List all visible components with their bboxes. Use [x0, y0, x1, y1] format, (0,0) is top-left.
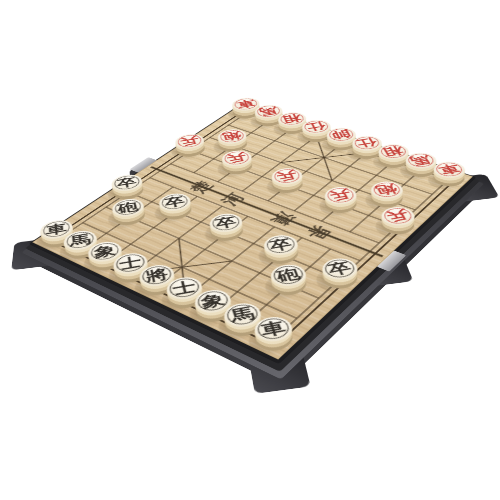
piece-glyph: 馬 — [258, 105, 279, 116]
piece-glyph: 砲 — [117, 200, 139, 214]
piece-red-soldier[interactable]: 兵 — [216, 156, 260, 179]
board-assembly: 楚河漢界 車馬相仕帥仕相馬車炮炮兵兵兵兵兵卒卒卒卒卒砲砲車馬象士將士象馬車 — [19, 97, 485, 369]
piece-glyph: 象 — [200, 291, 227, 309]
piece-black-soldier[interactable]: 卒 — [314, 263, 365, 294]
piece-glyph: 士 — [118, 254, 142, 270]
piece-glyph: 車 — [46, 221, 68, 236]
piece-glyph: 車 — [436, 162, 462, 175]
piece-black-soldier[interactable]: 卒 — [203, 219, 251, 246]
piece-glyph: 卒 — [268, 236, 294, 252]
piece-glyph: 馬 — [229, 305, 257, 324]
piece-glyph: 兵 — [179, 135, 200, 147]
piece-black-chariot[interactable]: 車 — [246, 321, 301, 357]
piece-glyph: 士 — [171, 279, 197, 296]
piece-glyph: 砲 — [275, 266, 302, 283]
piece-glyph: 馬 — [408, 153, 433, 166]
piece-glyph: 卒 — [116, 175, 137, 188]
piece-black-cannon[interactable]: 砲 — [106, 204, 153, 230]
xiangqi-board: 楚河漢界 車馬相仕帥仕相馬車炮炮兵兵兵兵兵卒卒卒卒卒砲砲車馬象士將士象馬車 — [34, 103, 472, 358]
piece-glyph: 仕 — [305, 120, 327, 131]
piece-glyph: 卒 — [214, 215, 238, 230]
piece-red-soldier[interactable]: 兵 — [374, 212, 422, 239]
piece-glyph: 相 — [381, 145, 405, 157]
piece-glyph: 炮 — [374, 182, 400, 196]
piece-glyph: 仕 — [355, 136, 379, 148]
piece-glyph: 兵 — [385, 208, 412, 223]
product-photo: 楚河漢界 車馬相仕帥仕相馬車炮炮兵兵兵兵兵卒卒卒卒卒砲砲車馬象士將士象馬車 — [0, 0, 500, 500]
piece-glyph: 車 — [236, 98, 257, 109]
piece-glyph: 象 — [93, 243, 116, 259]
piece-glyph: 卒 — [163, 194, 186, 208]
piece-red-soldier[interactable]: 兵 — [265, 173, 310, 197]
piece-glyph: 車 — [259, 318, 288, 337]
piece-glyph: 炮 — [221, 130, 242, 142]
piece-glyph: 將 — [144, 266, 169, 283]
piece-glyph: 馬 — [69, 232, 92, 247]
piece-glyph: 相 — [281, 113, 303, 124]
piece-glyph: 兵 — [275, 169, 299, 182]
board-grid: 車馬相仕帥仕相馬車炮炮兵兵兵兵兵卒卒卒卒卒砲砲車馬象士將士象馬車 — [34, 103, 470, 357]
piece-glyph: 帥 — [330, 128, 353, 140]
piece-red-chariot[interactable]: 車 — [426, 167, 471, 191]
piece-glyph: 卒 — [326, 260, 354, 277]
piece-glyph: 兵 — [328, 188, 353, 202]
piece-glyph: 兵 — [226, 151, 248, 163]
piece-red-soldier[interactable]: 兵 — [318, 192, 364, 218]
piece-black-cannon[interactable]: 砲 — [263, 269, 314, 301]
piece-red-soldier[interactable]: 兵 — [169, 139, 211, 160]
piece-black-soldier[interactable]: 卒 — [153, 199, 199, 225]
